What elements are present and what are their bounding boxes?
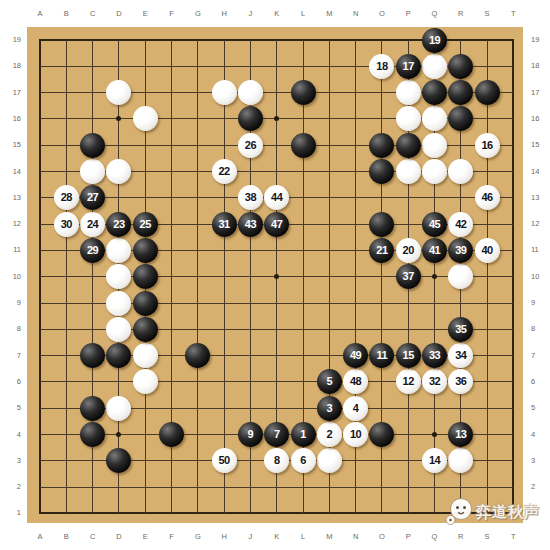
stone-black-E10[interactable] bbox=[133, 264, 158, 289]
stone-black-Q12-move-45[interactable]: 45 bbox=[422, 212, 447, 237]
coord-left-6: 6 bbox=[5, 378, 21, 386]
move-number: 18 bbox=[376, 61, 387, 72]
coord-left-5: 5 bbox=[5, 404, 21, 412]
coord-left-12: 12 bbox=[5, 220, 21, 228]
coord-top-D: D bbox=[111, 10, 127, 18]
stone-black-E9[interactable] bbox=[133, 291, 158, 316]
stone-white-P6-move-12[interactable]: 12 bbox=[396, 369, 421, 394]
coord-top-P: P bbox=[400, 10, 416, 18]
coord-left-14: 14 bbox=[5, 168, 21, 176]
stone-black-M5-move-3[interactable]: 3 bbox=[317, 396, 342, 421]
stone-black-P18-move-17[interactable]: 17 bbox=[396, 54, 421, 79]
move-number: 48 bbox=[350, 376, 361, 387]
coord-left-2: 2 bbox=[5, 483, 21, 491]
move-number: 15 bbox=[403, 350, 414, 361]
coord-bottom-Q: Q bbox=[427, 533, 443, 541]
coord-left-18: 18 bbox=[5, 62, 21, 70]
coord-top-H: H bbox=[216, 10, 232, 18]
coord-top-E: E bbox=[137, 10, 153, 18]
stone-black-E11[interactable] bbox=[133, 238, 158, 263]
coord-right-16: 16 bbox=[531, 115, 547, 123]
move-number: 4 bbox=[353, 403, 359, 414]
stone-black-D12-move-23[interactable]: 23 bbox=[106, 212, 131, 237]
go-diagram-page: AABBCCDDEEFFGGHHJJKKLLMMNNOOPPQQRRSSTT19… bbox=[0, 0, 550, 550]
coord-left-4: 4 bbox=[5, 431, 21, 439]
coord-right-2: 2 bbox=[531, 483, 547, 491]
move-number: 42 bbox=[455, 219, 466, 230]
move-number: 32 bbox=[429, 376, 440, 387]
stone-white-H14-move-22[interactable]: 22 bbox=[212, 159, 237, 184]
coord-right-7: 7 bbox=[531, 352, 547, 360]
stone-white-E16[interactable] bbox=[133, 106, 158, 131]
stone-white-S15-move-16[interactable]: 16 bbox=[475, 133, 500, 158]
coord-bottom-O: O bbox=[374, 533, 390, 541]
move-number: 21 bbox=[376, 245, 387, 256]
coord-bottom-S: S bbox=[479, 533, 495, 541]
coord-right-19: 19 bbox=[531, 36, 547, 44]
move-number: 11 bbox=[377, 350, 388, 361]
move-number: 22 bbox=[218, 166, 229, 177]
coord-right-18: 18 bbox=[531, 62, 547, 70]
move-number: 28 bbox=[61, 192, 72, 203]
move-number: 1 bbox=[300, 429, 306, 440]
move-number: 29 bbox=[87, 245, 98, 256]
stone-white-Q15[interactable] bbox=[422, 133, 447, 158]
coord-right-17: 17 bbox=[531, 89, 547, 97]
stone-white-D5[interactable] bbox=[106, 396, 131, 421]
coord-right-10: 10 bbox=[531, 273, 547, 281]
coord-bottom-G: G bbox=[190, 533, 206, 541]
coord-right-12: 12 bbox=[531, 220, 547, 228]
stone-white-R12-move-42[interactable]: 42 bbox=[448, 212, 473, 237]
mascot-face-logo-icon bbox=[444, 497, 474, 527]
move-number: 20 bbox=[403, 245, 414, 256]
stone-white-B13-move-28[interactable]: 28 bbox=[54, 185, 79, 210]
move-number: 24 bbox=[87, 219, 98, 230]
move-number: 17 bbox=[403, 61, 414, 72]
stone-black-R8-move-35[interactable]: 35 bbox=[448, 317, 473, 342]
coord-right-5: 5 bbox=[531, 404, 547, 412]
stone-black-C4[interactable] bbox=[80, 422, 105, 447]
coord-top-N: N bbox=[348, 10, 364, 18]
move-number: 3 bbox=[326, 403, 332, 414]
coord-left-10: 10 bbox=[5, 273, 21, 281]
coord-right-3: 3 bbox=[531, 457, 547, 465]
coord-bottom-B: B bbox=[58, 533, 74, 541]
move-number: 36 bbox=[455, 376, 466, 387]
coord-top-K: K bbox=[269, 10, 285, 18]
stone-black-H12-move-31[interactable]: 31 bbox=[212, 212, 237, 237]
move-number: 39 bbox=[455, 245, 466, 256]
coord-bottom-J: J bbox=[242, 533, 258, 541]
move-number: 27 bbox=[87, 192, 98, 203]
coord-left-1: 1 bbox=[5, 509, 21, 517]
coord-top-Q: Q bbox=[427, 10, 443, 18]
stone-black-P7-move-15[interactable]: 15 bbox=[396, 343, 421, 368]
move-number: 49 bbox=[350, 350, 361, 361]
coord-bottom-A: A bbox=[32, 533, 48, 541]
stone-black-Q17[interactable] bbox=[422, 80, 447, 105]
star-point-Q4 bbox=[432, 432, 437, 437]
stone-white-J17[interactable] bbox=[238, 80, 263, 105]
coord-right-4: 4 bbox=[531, 431, 547, 439]
stone-white-M3[interactable] bbox=[317, 448, 342, 473]
move-number: 35 bbox=[455, 324, 466, 335]
coord-bottom-E: E bbox=[137, 533, 153, 541]
coord-top-B: B bbox=[58, 10, 74, 18]
move-number: 34 bbox=[455, 350, 466, 361]
coord-right-9: 9 bbox=[531, 299, 547, 307]
coord-right-13: 13 bbox=[531, 194, 547, 202]
move-number: 50 bbox=[218, 455, 229, 466]
coord-bottom-D: D bbox=[111, 533, 127, 541]
stone-white-P11-move-20[interactable]: 20 bbox=[396, 238, 421, 263]
coord-right-15: 15 bbox=[531, 141, 547, 149]
coord-bottom-K: K bbox=[269, 533, 285, 541]
move-number: 16 bbox=[481, 140, 492, 151]
stone-black-E12-move-25[interactable]: 25 bbox=[133, 212, 158, 237]
stone-white-C14[interactable] bbox=[80, 159, 105, 184]
stone-black-L15[interactable] bbox=[291, 133, 316, 158]
coord-top-M: M bbox=[321, 10, 337, 18]
coord-right-11: 11 bbox=[531, 246, 547, 254]
stone-black-S17[interactable] bbox=[475, 80, 500, 105]
coord-bottom-L: L bbox=[295, 533, 311, 541]
move-number: 5 bbox=[326, 376, 332, 387]
move-number: 43 bbox=[245, 219, 256, 230]
coord-bottom-C: C bbox=[85, 533, 101, 541]
move-number: 10 bbox=[350, 429, 361, 440]
move-number: 19 bbox=[429, 35, 440, 46]
stone-black-C11-move-29[interactable]: 29 bbox=[80, 238, 105, 263]
coord-left-8: 8 bbox=[5, 325, 21, 333]
move-number: 6 bbox=[300, 455, 306, 466]
coord-left-13: 13 bbox=[5, 194, 21, 202]
stone-black-K12-move-47[interactable]: 47 bbox=[264, 212, 289, 237]
stone-black-Q7-move-33[interactable]: 33 bbox=[422, 343, 447, 368]
coord-bottom-R: R bbox=[453, 533, 469, 541]
coord-top-R: R bbox=[453, 10, 469, 18]
move-number: 45 bbox=[429, 219, 440, 230]
stone-black-C5[interactable] bbox=[80, 396, 105, 421]
move-number: 44 bbox=[271, 192, 282, 203]
coord-top-C: C bbox=[85, 10, 101, 18]
stone-white-Q14[interactable] bbox=[422, 159, 447, 184]
watermark-text: 弈道秋声 bbox=[476, 503, 540, 522]
stone-white-S13-move-46[interactable]: 46 bbox=[475, 185, 500, 210]
coord-top-S: S bbox=[479, 10, 495, 18]
stone-white-P17[interactable] bbox=[396, 80, 421, 105]
coord-top-F: F bbox=[164, 10, 180, 18]
stone-white-B12-move-30[interactable]: 30 bbox=[54, 212, 79, 237]
coord-left-17: 17 bbox=[5, 89, 21, 97]
coord-bottom-N: N bbox=[348, 533, 364, 541]
stone-white-J15-move-26[interactable]: 26 bbox=[238, 133, 263, 158]
coord-left-16: 16 bbox=[5, 115, 21, 123]
stone-white-H3-move-50[interactable]: 50 bbox=[212, 448, 237, 473]
stone-white-E7[interactable] bbox=[133, 343, 158, 368]
coord-top-J: J bbox=[242, 10, 258, 18]
move-number: 46 bbox=[481, 192, 492, 203]
stone-black-Q19-move-19[interactable]: 19 bbox=[422, 28, 447, 53]
coord-bottom-T: T bbox=[505, 533, 521, 541]
stone-black-Q11-move-41[interactable]: 41 bbox=[422, 238, 447, 263]
coord-right-6: 6 bbox=[531, 378, 547, 386]
coord-left-9: 9 bbox=[5, 299, 21, 307]
stone-white-Q18[interactable] bbox=[422, 54, 447, 79]
stone-black-O15[interactable] bbox=[369, 133, 394, 158]
coord-left-7: 7 bbox=[5, 352, 21, 360]
coord-right-14: 14 bbox=[531, 168, 547, 176]
move-number: 40 bbox=[481, 245, 492, 256]
coord-right-8: 8 bbox=[531, 325, 547, 333]
stone-white-C12-move-24[interactable]: 24 bbox=[80, 212, 105, 237]
stone-white-P14[interactable] bbox=[396, 159, 421, 184]
move-number: 30 bbox=[61, 219, 72, 230]
stone-black-J4-move-9[interactable]: 9 bbox=[238, 422, 263, 447]
move-number: 9 bbox=[248, 429, 254, 440]
stone-black-F4[interactable] bbox=[159, 422, 184, 447]
stone-white-M4-move-2[interactable]: 2 bbox=[317, 422, 342, 447]
coord-bottom-P: P bbox=[400, 533, 416, 541]
stone-black-L4-move-1[interactable]: 1 bbox=[291, 422, 316, 447]
coord-top-G: G bbox=[190, 10, 206, 18]
coord-bottom-M: M bbox=[321, 533, 337, 541]
stone-black-J12-move-43[interactable]: 43 bbox=[238, 212, 263, 237]
stone-white-D9[interactable] bbox=[106, 291, 131, 316]
stone-black-E8[interactable] bbox=[133, 317, 158, 342]
coord-bottom-F: F bbox=[164, 533, 180, 541]
stone-black-C15[interactable] bbox=[80, 133, 105, 158]
move-number: 14 bbox=[429, 455, 440, 466]
stone-white-N5-move-4[interactable]: 4 bbox=[343, 396, 368, 421]
move-number: 2 bbox=[326, 429, 332, 440]
coord-bottom-H: H bbox=[216, 533, 232, 541]
move-number: 25 bbox=[140, 219, 151, 230]
coord-top-A: A bbox=[32, 10, 48, 18]
move-number: 41 bbox=[429, 245, 440, 256]
stone-black-P10-move-37[interactable]: 37 bbox=[396, 264, 421, 289]
stone-white-L3-move-6[interactable]: 6 bbox=[291, 448, 316, 473]
move-number: 38 bbox=[245, 192, 256, 203]
stone-black-R18[interactable] bbox=[448, 54, 473, 79]
move-number: 26 bbox=[245, 140, 256, 151]
stone-white-N4-move-10[interactable]: 10 bbox=[343, 422, 368, 447]
coord-left-15: 15 bbox=[5, 141, 21, 149]
move-number: 47 bbox=[271, 219, 282, 230]
stone-black-O12[interactable] bbox=[369, 212, 394, 237]
stone-white-E6[interactable] bbox=[133, 369, 158, 394]
move-number: 7 bbox=[274, 429, 280, 440]
coord-top-L: L bbox=[295, 10, 311, 18]
stone-black-P15[interactable] bbox=[396, 133, 421, 158]
coord-left-19: 19 bbox=[5, 36, 21, 44]
stone-white-H17[interactable] bbox=[212, 80, 237, 105]
coord-top-O: O bbox=[374, 10, 390, 18]
move-number: 31 bbox=[218, 219, 229, 230]
coord-top-T: T bbox=[505, 10, 521, 18]
move-number: 37 bbox=[403, 271, 414, 282]
move-number: 23 bbox=[113, 219, 124, 230]
move-number: 33 bbox=[429, 350, 440, 361]
watermark: 弈道秋声 bbox=[444, 497, 540, 527]
coord-left-11: 11 bbox=[5, 246, 21, 254]
stone-black-L17[interactable] bbox=[291, 80, 316, 105]
move-number: 8 bbox=[274, 455, 280, 466]
stone-white-P16[interactable] bbox=[396, 106, 421, 131]
stone-white-S11-move-40[interactable]: 40 bbox=[475, 238, 500, 263]
move-number: 13 bbox=[455, 429, 466, 440]
move-number: 12 bbox=[403, 376, 414, 387]
coord-left-3: 3 bbox=[5, 457, 21, 465]
